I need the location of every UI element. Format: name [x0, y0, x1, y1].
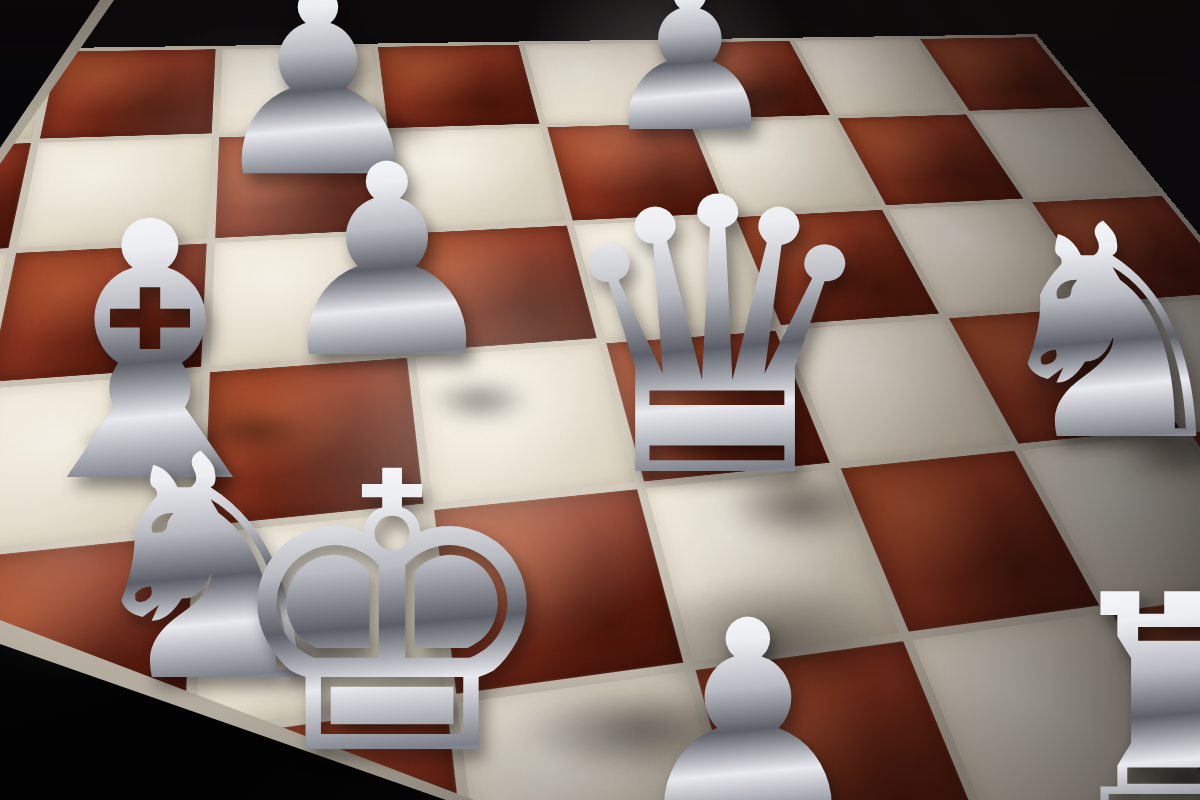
pieces-layer: ♟♟♝♟♛♞♞♚♟♜: [0, 0, 1200, 800]
piece-white-pawn-f3[interactable]: ♟: [608, 584, 888, 800]
piece-white-king-c4[interactable]: ♚: [200, 424, 585, 800]
piece-white-rook-h2[interactable]: ♜: [1035, 557, 1200, 800]
piece-white-pawn-c5[interactable]: ♟: [255, 130, 520, 395]
chess-scene: ♟♟♝♟♛♞♞♚♟♜: [0, 0, 1200, 800]
piece-white-knight-g6[interactable]: ♞: [965, 187, 1200, 482]
